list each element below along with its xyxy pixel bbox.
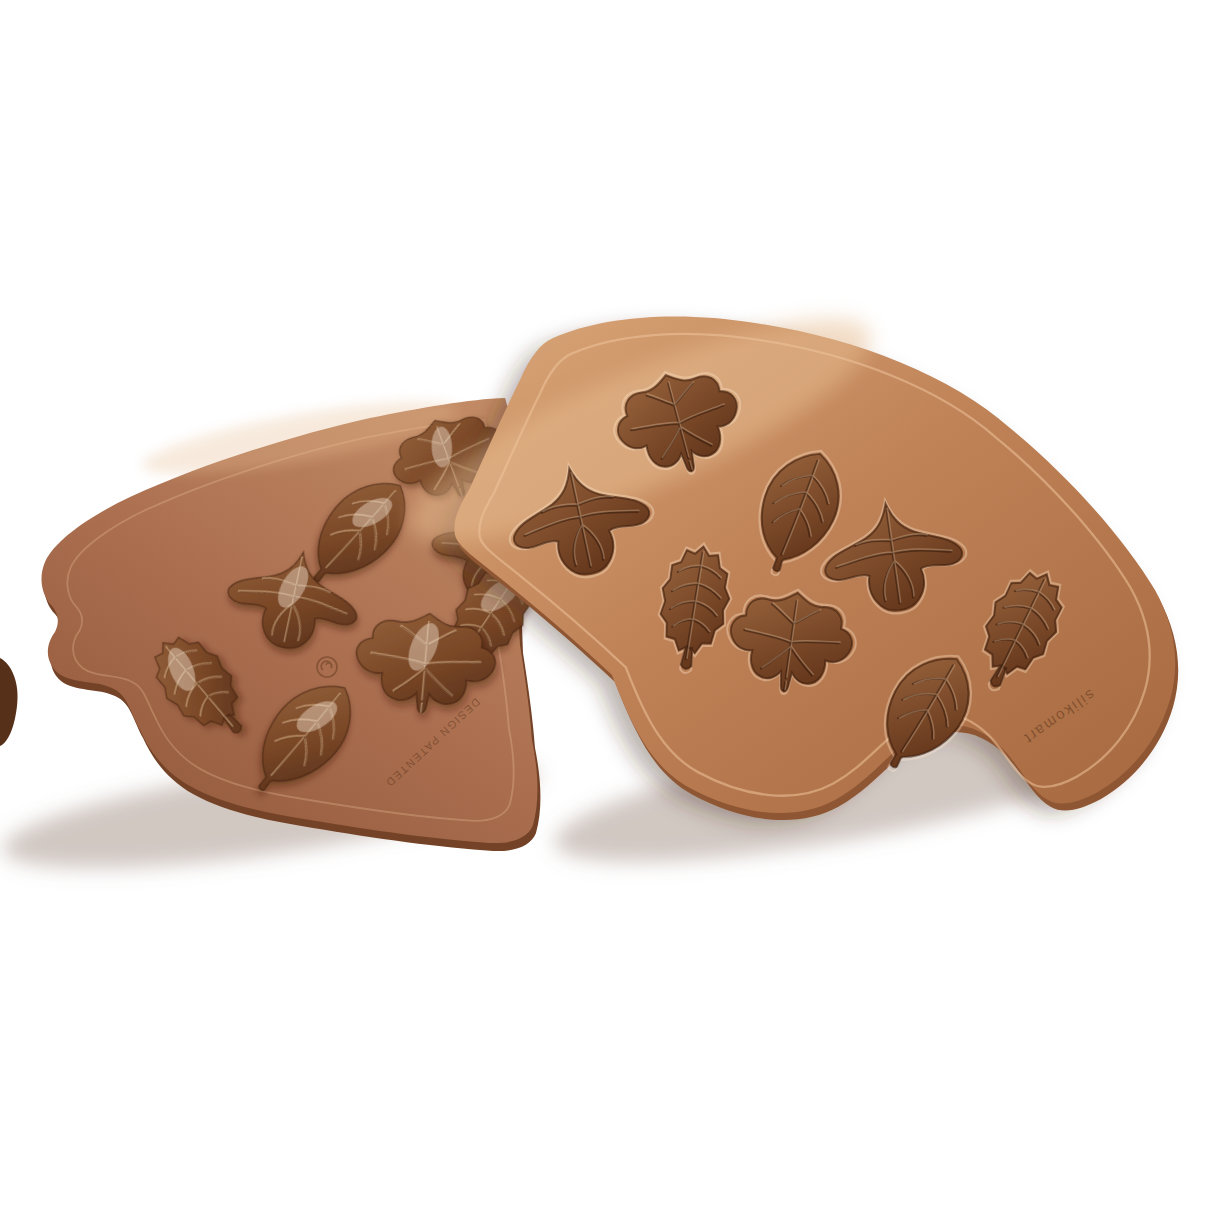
chocolate-fragment-edge [0,658,18,746]
scene-svg: DESIGN PATENTED silikomart [0,0,1219,1219]
product-photo: DESIGN PATENTED silikomart [0,0,1219,1219]
